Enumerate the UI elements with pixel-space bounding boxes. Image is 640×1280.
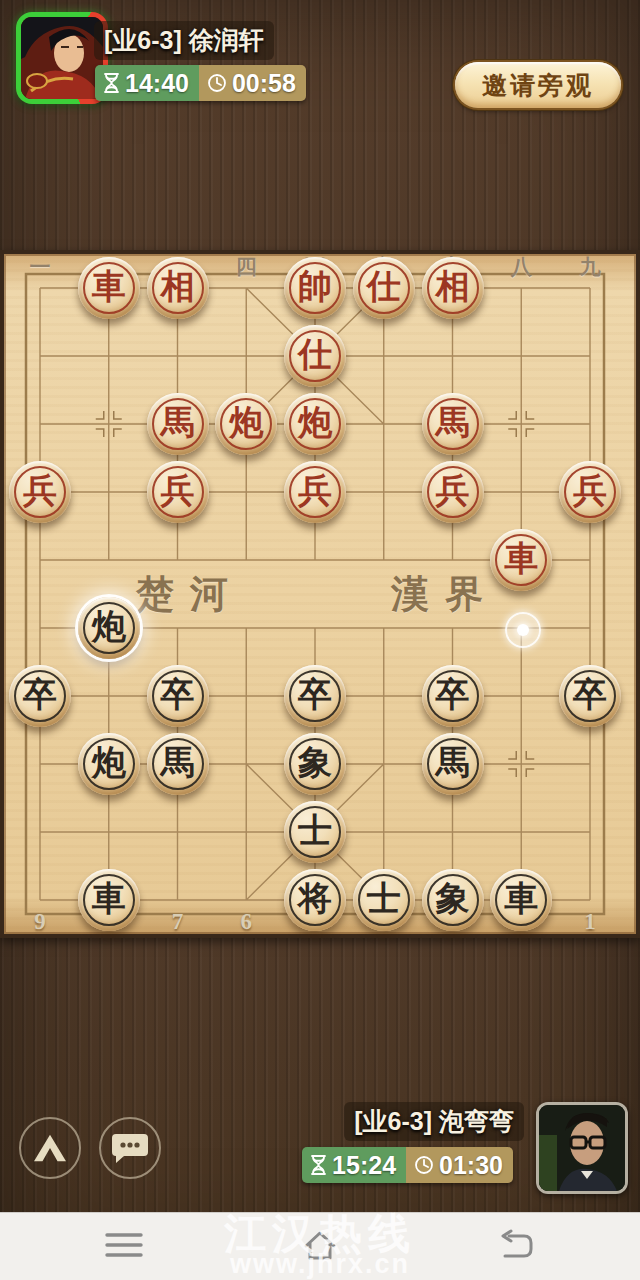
piece-black-elephant[interactable]: 象 <box>422 869 484 931</box>
file-label-top: 四 <box>236 253 257 281</box>
piece-black-elephant[interactable]: 象 <box>284 733 346 795</box>
piece-red-advisor[interactable]: 仕 <box>353 257 415 319</box>
piece-character: 象 <box>436 882 470 916</box>
piece-red-soldier[interactable]: 兵 <box>422 461 484 523</box>
expand-menu-button[interactable] <box>19 1117 81 1179</box>
clock-icon <box>207 73 227 93</box>
piece-character: 馬 <box>436 406 470 440</box>
file-label-bottom: 9 <box>34 909 46 935</box>
piece-character: 車 <box>504 882 538 916</box>
piece-black-horse[interactable]: 馬 <box>422 733 484 795</box>
piece-character: 仕 <box>298 338 332 372</box>
piece-character: 兵 <box>161 474 195 508</box>
hourglass-icon <box>310 1154 327 1176</box>
piece-black-soldier[interactable]: 卒 <box>422 665 484 727</box>
android-navbar <box>0 1212 640 1280</box>
piece-red-soldier[interactable]: 兵 <box>559 461 621 523</box>
back-arrow-icon <box>496 1227 536 1263</box>
piece-character: 馬 <box>161 746 195 780</box>
piece-character: 卒 <box>573 678 607 712</box>
piece-character: 士 <box>298 814 332 848</box>
file-label-bottom: 7 <box>172 909 184 935</box>
piece-character: 炮 <box>92 610 126 644</box>
piece-red-soldier[interactable]: 兵 <box>9 461 71 523</box>
file-label-top: 八 <box>511 253 532 281</box>
piece-character: 卒 <box>23 678 57 712</box>
clock-icon <box>414 1155 434 1175</box>
piece-black-cannon[interactable]: 炮 <box>78 597 140 659</box>
piece-red-general[interactable]: 帥 <box>284 257 346 319</box>
piece-red-chariot[interactable]: 車 <box>78 257 140 319</box>
piece-black-advisor[interactable]: 士 <box>353 869 415 931</box>
piece-character: 兵 <box>23 474 57 508</box>
back-button[interactable] <box>496 1227 536 1267</box>
piece-black-soldier[interactable]: 卒 <box>9 665 71 727</box>
piece-character: 士 <box>367 882 401 916</box>
piece-character: 帥 <box>298 270 332 304</box>
home-button[interactable] <box>302 1229 338 1265</box>
bottom-main-timer: 15:24 <box>302 1147 406 1183</box>
piece-red-elephant[interactable]: 相 <box>147 257 209 319</box>
piece-black-cannon[interactable]: 炮 <box>78 733 140 795</box>
chat-button[interactable] <box>99 1117 161 1179</box>
piece-black-chariot[interactable]: 車 <box>78 869 140 931</box>
bottom-move-timer: 01:30 <box>406 1147 513 1183</box>
top-player-name: [业6-3] 徐润轩 <box>94 21 274 60</box>
top-player-timers: 14:40 00:58 <box>95 65 306 101</box>
piece-red-elephant[interactable]: 相 <box>422 257 484 319</box>
recents-button[interactable] <box>105 1231 143 1263</box>
top-move-timer: 00:58 <box>199 65 306 101</box>
top-player-avatar-image <box>21 17 103 99</box>
menu-lines-icon <box>105 1231 143 1259</box>
file-label-top: 一 <box>30 253 51 281</box>
piece-red-advisor[interactable]: 仕 <box>284 325 346 387</box>
piece-character: 車 <box>92 882 126 916</box>
bottom-player-timers: 15:24 01:30 <box>302 1147 513 1183</box>
file-label-bottom: 1 <box>584 909 596 935</box>
piece-black-chariot[interactable]: 車 <box>490 869 552 931</box>
piece-character: 馬 <box>161 406 195 440</box>
hourglass-icon <box>103 72 120 94</box>
piece-red-soldier[interactable]: 兵 <box>284 461 346 523</box>
piece-character: 相 <box>436 270 470 304</box>
piece-character: 象 <box>298 746 332 780</box>
river-label-left: 楚河 <box>136 569 244 620</box>
piece-character: 仕 <box>367 270 401 304</box>
piece-black-soldier[interactable]: 卒 <box>284 665 346 727</box>
piece-black-soldier[interactable]: 卒 <box>559 665 621 727</box>
piece-black-horse[interactable]: 馬 <box>147 733 209 795</box>
piece-red-horse[interactable]: 馬 <box>422 393 484 455</box>
piece-character: 馬 <box>436 746 470 780</box>
piece-character: 炮 <box>229 406 263 440</box>
top-main-timer: 14:40 <box>95 65 199 101</box>
river-label-right: 漢界 <box>391 569 499 620</box>
piece-red-chariot[interactable]: 車 <box>490 529 552 591</box>
piece-character: 卒 <box>161 678 195 712</box>
xiangqi-board[interactable]: 楚河 漢界 一二三四五六七八九987654321車相帥仕相仕馬炮炮馬兵兵兵兵兵車… <box>0 250 640 938</box>
file-label-top: 九 <box>580 253 601 281</box>
home-icon <box>302 1229 338 1261</box>
piece-character: 兵 <box>436 474 470 508</box>
piece-character: 卒 <box>436 678 470 712</box>
piece-character: 車 <box>92 270 126 304</box>
invite-spectate-button[interactable]: 邀请旁观 <box>455 62 621 108</box>
file-label-bottom: 6 <box>241 909 253 935</box>
piece-character: 車 <box>504 542 538 576</box>
piece-character: 卒 <box>298 678 332 712</box>
piece-black-general[interactable]: 将 <box>284 869 346 931</box>
piece-red-soldier[interactable]: 兵 <box>147 461 209 523</box>
piece-red-horse[interactable]: 馬 <box>147 393 209 455</box>
piece-character: 相 <box>161 270 195 304</box>
piece-character: 兵 <box>573 474 607 508</box>
piece-character: 将 <box>298 882 332 916</box>
up-arrow-icon <box>31 1132 69 1164</box>
piece-character: 炮 <box>298 406 332 440</box>
bottom-player-avatar-image <box>539 1105 625 1191</box>
last-move-marker <box>505 612 541 648</box>
bottom-player-avatar[interactable] <box>536 1102 628 1194</box>
chat-bubble-icon <box>110 1131 150 1165</box>
piece-black-soldier[interactable]: 卒 <box>147 665 209 727</box>
piece-character: 兵 <box>298 474 332 508</box>
bottom-player-name: [业6-3] 泡弯弯 <box>344 1102 524 1141</box>
piece-black-advisor[interactable]: 士 <box>284 801 346 863</box>
piece-character: 炮 <box>92 746 126 780</box>
piece-red-cannon[interactable]: 炮 <box>284 393 346 455</box>
piece-red-cannon[interactable]: 炮 <box>215 393 277 455</box>
